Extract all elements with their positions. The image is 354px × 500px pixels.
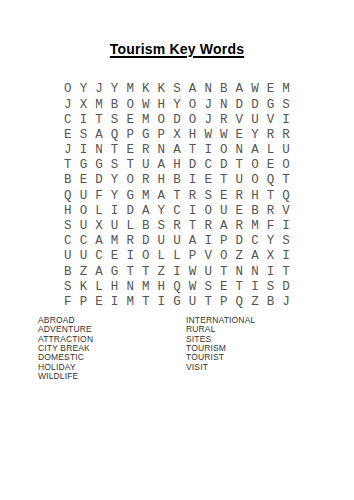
grid-cell: W bbox=[138, 97, 154, 112]
grid-cell: J bbox=[60, 97, 76, 112]
grid-cell: I bbox=[185, 173, 201, 188]
grid-cell: K bbox=[138, 82, 154, 97]
grid-cell: S bbox=[278, 97, 294, 112]
grid-cell: K bbox=[154, 82, 170, 97]
grid-cell: H bbox=[169, 158, 185, 173]
grid-cell: D bbox=[278, 279, 294, 294]
grid-cell: A bbox=[185, 234, 201, 249]
grid-cell: T bbox=[122, 264, 138, 279]
grid-cell: R bbox=[263, 204, 279, 219]
grid-cell: C bbox=[247, 234, 263, 249]
word-item: WILDLIFE bbox=[38, 372, 186, 381]
grid-cell: O bbox=[185, 97, 201, 112]
grid-cell: Y bbox=[247, 128, 263, 143]
grid-cell: W bbox=[216, 128, 232, 143]
grid-cell: S bbox=[60, 219, 76, 234]
grid-cell: N bbox=[200, 82, 216, 97]
grid-cell: W bbox=[185, 264, 201, 279]
grid-cell: I bbox=[278, 219, 294, 234]
grid-cell: O bbox=[216, 249, 232, 264]
grid-cell: M bbox=[91, 97, 107, 112]
grid-cell: H bbox=[107, 279, 123, 294]
grid-cell: A bbox=[247, 143, 263, 158]
grid-cell: U bbox=[169, 234, 185, 249]
grid-cell: T bbox=[185, 143, 201, 158]
grid-cell: Y bbox=[76, 82, 92, 97]
grid-cell: I bbox=[200, 143, 216, 158]
grid-cell: T bbox=[169, 188, 185, 203]
grid-cell: L bbox=[91, 204, 107, 219]
grid-cell: Z bbox=[154, 264, 170, 279]
grid-cell: C bbox=[169, 204, 185, 219]
grid-cell: E bbox=[200, 173, 216, 188]
grid-cell: R bbox=[263, 128, 279, 143]
grid-cell: J bbox=[200, 97, 216, 112]
grid-cell: U bbox=[232, 173, 248, 188]
grid-cell: T bbox=[60, 158, 76, 173]
grid-cell: E bbox=[122, 143, 138, 158]
grid-cell: O bbox=[138, 249, 154, 264]
grid-cell: T bbox=[138, 295, 154, 310]
grid-cell: A bbox=[169, 143, 185, 158]
grid-cell: O bbox=[76, 204, 92, 219]
grid-cell: P bbox=[76, 295, 92, 310]
worksheet-page: Tourism Key Words OYJYMKKSANBAWEMJXMBOWH… bbox=[0, 0, 354, 500]
grid-cell: T bbox=[216, 264, 232, 279]
grid-cell: M bbox=[138, 279, 154, 294]
grid-cell: E bbox=[216, 188, 232, 203]
grid-cell: O bbox=[278, 158, 294, 173]
grid-cell: N bbox=[154, 143, 170, 158]
grid-cell: R bbox=[200, 219, 216, 234]
grid-cell: T bbox=[91, 112, 107, 127]
grid-cell: C bbox=[60, 112, 76, 127]
grid-cell: Q bbox=[169, 279, 185, 294]
grid-cell: E bbox=[263, 82, 279, 97]
grid-cell: L bbox=[154, 249, 170, 264]
grid-cell: S bbox=[76, 128, 92, 143]
grid-cell: I bbox=[76, 143, 92, 158]
grid-cell: H bbox=[154, 173, 170, 188]
grid-cell: H bbox=[60, 204, 76, 219]
grid-cell: A bbox=[185, 82, 201, 97]
grid-cell: F bbox=[263, 219, 279, 234]
grid-cell: Y bbox=[107, 173, 123, 188]
grid-cell: N bbox=[247, 264, 263, 279]
grid-cell: O bbox=[122, 173, 138, 188]
grid-cell: E bbox=[60, 128, 76, 143]
page-title: Tourism Key Words bbox=[0, 41, 354, 57]
grid-cell: A bbox=[91, 264, 107, 279]
grid-cell: O bbox=[200, 204, 216, 219]
grid-cell: B bbox=[138, 219, 154, 234]
grid-cell: O bbox=[122, 97, 138, 112]
grid-cell: X bbox=[263, 249, 279, 264]
grid-cell: G bbox=[263, 97, 279, 112]
grid-cell: G bbox=[76, 158, 92, 173]
grid-cell: M bbox=[247, 219, 263, 234]
grid-cell: M bbox=[138, 188, 154, 203]
grid-cell: E bbox=[263, 158, 279, 173]
word-list-column-right: INTERNATIONALRURALSITESTOURISMTOURISTVIS… bbox=[186, 316, 255, 381]
grid-cell: O bbox=[247, 158, 263, 173]
grid-cell: D bbox=[185, 158, 201, 173]
grid-cell: H bbox=[185, 128, 201, 143]
grid-cell: A bbox=[138, 204, 154, 219]
grid-cell: Z bbox=[247, 295, 263, 310]
grid-cell: S bbox=[278, 234, 294, 249]
grid-cell: Q bbox=[107, 128, 123, 143]
word-list: ABROADADVENTUREATTRACTIONCITY BREAKDOMES… bbox=[38, 316, 255, 381]
grid-cell: C bbox=[76, 234, 92, 249]
grid-cell: U bbox=[200, 264, 216, 279]
grid-cell: Y bbox=[169, 97, 185, 112]
grid-cell: K bbox=[76, 279, 92, 294]
word-list-column-left: ABROADADVENTUREATTRACTIONCITY BREAKDOMES… bbox=[38, 316, 186, 381]
grid-cell: V bbox=[232, 112, 248, 127]
grid-cell: D bbox=[169, 112, 185, 127]
grid-cell: V bbox=[278, 204, 294, 219]
grid-cell: B bbox=[216, 82, 232, 97]
grid-cell: D bbox=[91, 173, 107, 188]
grid-cell: T bbox=[278, 173, 294, 188]
grid-cell: X bbox=[76, 97, 92, 112]
grid-cell: P bbox=[185, 249, 201, 264]
grid-cell: O bbox=[185, 112, 201, 127]
grid-cell: A bbox=[232, 82, 248, 97]
grid-cell: H bbox=[247, 188, 263, 203]
grid-cell: W bbox=[200, 128, 216, 143]
grid-cell: B bbox=[247, 204, 263, 219]
grid-cell: A bbox=[247, 249, 263, 264]
grid-cell: U bbox=[76, 188, 92, 203]
grid-cell: B bbox=[263, 295, 279, 310]
grid-cell: E bbox=[122, 112, 138, 127]
grid-cell: M bbox=[107, 234, 123, 249]
grid-cell: X bbox=[91, 219, 107, 234]
grid-cell: N bbox=[122, 279, 138, 294]
grid-cell: S bbox=[107, 158, 123, 173]
grid-cell: O bbox=[247, 173, 263, 188]
grid-cell: M bbox=[122, 82, 138, 97]
grid-cell: G bbox=[107, 264, 123, 279]
grid-cell: T bbox=[263, 188, 279, 203]
grid-cell: T bbox=[232, 158, 248, 173]
grid-cell: S bbox=[154, 219, 170, 234]
grid-cell: D bbox=[138, 234, 154, 249]
grid-cell: L bbox=[122, 219, 138, 234]
grid-cell: X bbox=[169, 128, 185, 143]
grid-cell: O bbox=[60, 82, 76, 97]
grid-cell: Q bbox=[60, 188, 76, 203]
word-item: VISIT bbox=[186, 363, 255, 372]
grid-cell: U bbox=[107, 219, 123, 234]
grid-cell: J bbox=[60, 143, 76, 158]
grid-cell: G bbox=[122, 188, 138, 203]
grid-cell: R bbox=[138, 143, 154, 158]
grid-cell: T bbox=[200, 295, 216, 310]
grid-cell: U bbox=[216, 204, 232, 219]
grid-cell: E bbox=[107, 249, 123, 264]
word-search-grid: OYJYMKKSANBAWEMJXMBOWHYOJNDDGSCITSEMODOJ… bbox=[60, 82, 294, 310]
grid-cell: D bbox=[232, 234, 248, 249]
grid-cell: O bbox=[216, 143, 232, 158]
grid-cell: M bbox=[122, 295, 138, 310]
grid-cell: U bbox=[138, 158, 154, 173]
grid-cell: U bbox=[278, 143, 294, 158]
grid-cell: N bbox=[232, 143, 248, 158]
grid-cell: M bbox=[138, 112, 154, 127]
grid-cell: W bbox=[247, 82, 263, 97]
grid-cell: U bbox=[60, 249, 76, 264]
grid-cell: T bbox=[122, 158, 138, 173]
grid-cell: V bbox=[263, 112, 279, 127]
grid-cell: Y bbox=[154, 204, 170, 219]
grid-cell: S bbox=[60, 279, 76, 294]
grid-cell: A bbox=[91, 128, 107, 143]
grid-cell: J bbox=[91, 82, 107, 97]
grid-cell: I bbox=[169, 264, 185, 279]
grid-cell: B bbox=[169, 173, 185, 188]
grid-cell: B bbox=[60, 173, 76, 188]
grid-cell: G bbox=[91, 158, 107, 173]
grid-cell: U bbox=[76, 249, 92, 264]
grid-cell: N bbox=[232, 264, 248, 279]
grid-cell: I bbox=[263, 264, 279, 279]
grid-cell: E bbox=[76, 173, 92, 188]
grid-cell: J bbox=[200, 112, 216, 127]
grid-cell: F bbox=[60, 295, 76, 310]
grid-cell: S bbox=[107, 112, 123, 127]
grid-cell: R bbox=[216, 112, 232, 127]
grid-cell: P bbox=[154, 128, 170, 143]
grid-cell: M bbox=[278, 82, 294, 97]
grid-cell: Z bbox=[76, 264, 92, 279]
grid-cell: T bbox=[107, 143, 123, 158]
grid-cell: W bbox=[185, 279, 201, 294]
grid-cell: I bbox=[122, 249, 138, 264]
grid-cell: Y bbox=[107, 82, 123, 97]
grid-cell: L bbox=[169, 249, 185, 264]
grid-cell: N bbox=[91, 143, 107, 158]
grid-cell: G bbox=[169, 295, 185, 310]
grid-cell: H bbox=[154, 279, 170, 294]
grid-cell: T bbox=[216, 173, 232, 188]
grid-cell: T bbox=[232, 279, 248, 294]
grid-cell: R bbox=[185, 188, 201, 203]
grid-cell: H bbox=[154, 97, 170, 112]
grid-cell: E bbox=[232, 128, 248, 143]
grid-cell: I bbox=[278, 112, 294, 127]
grid-cell: P bbox=[122, 128, 138, 143]
grid-cell: D bbox=[216, 158, 232, 173]
grid-cell: C bbox=[200, 158, 216, 173]
grid-cell: R bbox=[122, 234, 138, 249]
grid-cell: A bbox=[91, 234, 107, 249]
grid-cell: A bbox=[154, 188, 170, 203]
grid-cell: G bbox=[138, 128, 154, 143]
grid-cell: D bbox=[247, 97, 263, 112]
grid-cell: R bbox=[169, 219, 185, 234]
grid-cell: J bbox=[278, 295, 294, 310]
grid-cell: V bbox=[200, 249, 216, 264]
grid-cell: U bbox=[76, 219, 92, 234]
grid-cell: I bbox=[154, 295, 170, 310]
grid-cell: B bbox=[107, 97, 123, 112]
grid-cell: R bbox=[232, 188, 248, 203]
grid-cell: C bbox=[91, 249, 107, 264]
grid-cell: R bbox=[138, 173, 154, 188]
grid-cell: R bbox=[232, 219, 248, 234]
grid-cell: I bbox=[107, 204, 123, 219]
grid-cell: A bbox=[216, 219, 232, 234]
grid-cell: R bbox=[278, 128, 294, 143]
grid-cell: T bbox=[185, 219, 201, 234]
grid-cell: E bbox=[216, 279, 232, 294]
grid-cell: S bbox=[200, 188, 216, 203]
grid-cell: N bbox=[216, 97, 232, 112]
grid-cell: S bbox=[200, 279, 216, 294]
grid-cell: U bbox=[185, 295, 201, 310]
grid-cell: I bbox=[278, 249, 294, 264]
grid-cell: L bbox=[263, 143, 279, 158]
grid-cell: I bbox=[247, 279, 263, 294]
grid-cell: I bbox=[76, 112, 92, 127]
grid-cell: L bbox=[91, 279, 107, 294]
grid-cell: E bbox=[91, 295, 107, 310]
grid-cell: S bbox=[169, 82, 185, 97]
grid-cell: I bbox=[185, 204, 201, 219]
grid-cell: P bbox=[216, 295, 232, 310]
grid-cell: P bbox=[216, 234, 232, 249]
grid-cell: Q bbox=[232, 295, 248, 310]
grid-cell: Q bbox=[263, 173, 279, 188]
grid-cell: F bbox=[91, 188, 107, 203]
grid-cell: U bbox=[247, 112, 263, 127]
grid-cell: Q bbox=[278, 188, 294, 203]
grid-cell: I bbox=[200, 234, 216, 249]
grid-cell: T bbox=[138, 264, 154, 279]
grid-cell: T bbox=[278, 264, 294, 279]
grid-cell: E bbox=[232, 204, 248, 219]
grid-cell: Z bbox=[232, 249, 248, 264]
grid-cell: O bbox=[154, 112, 170, 127]
grid-cell: D bbox=[122, 204, 138, 219]
grid-cell: I bbox=[107, 295, 123, 310]
grid-cell: C bbox=[60, 234, 76, 249]
grid-cell: Y bbox=[263, 234, 279, 249]
grid-cell: B bbox=[60, 264, 76, 279]
grid-cell: S bbox=[263, 279, 279, 294]
grid-cell: U bbox=[154, 234, 170, 249]
grid-cell: Y bbox=[107, 188, 123, 203]
grid-cell: D bbox=[232, 97, 248, 112]
grid-cell: A bbox=[154, 158, 170, 173]
